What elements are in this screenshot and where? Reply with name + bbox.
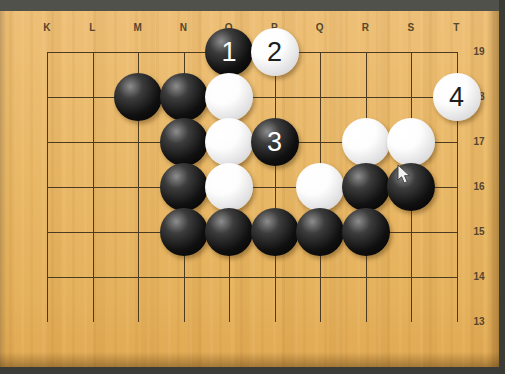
row-label-19: 19	[469, 46, 489, 58]
white-stone-T18-move-4[interactable]: 4	[433, 73, 481, 121]
move-number-label: 1	[221, 39, 236, 66]
bottom-bar	[0, 367, 505, 374]
white-stone-O18[interactable]	[205, 73, 253, 121]
board-bottom-shadow	[0, 352, 505, 367]
grid-row-line-14	[47, 277, 457, 278]
grid-col-line-L	[93, 52, 94, 322]
black-stone-N17[interactable]	[160, 118, 208, 166]
board-left-shade	[0, 0, 6, 374]
black-stone-M18[interactable]	[114, 73, 162, 121]
move-number-label: 2	[267, 39, 282, 66]
white-stone-S17[interactable]	[387, 118, 435, 166]
grid-col-line-P	[275, 52, 276, 322]
black-stone-R15[interactable]	[342, 208, 390, 256]
white-stone-O16[interactable]	[205, 163, 253, 211]
row-label-13: 13	[469, 316, 489, 328]
row-label-17: 17	[469, 136, 489, 148]
black-stone-N16[interactable]	[160, 163, 208, 211]
col-label-S: S	[401, 22, 421, 35]
black-stone-P17-move-3[interactable]: 3	[251, 118, 299, 166]
black-stone-P15[interactable]	[251, 208, 299, 256]
col-label-K: K	[37, 22, 57, 35]
col-label-L: L	[83, 22, 103, 35]
black-stone-R16[interactable]	[342, 163, 390, 211]
white-stone-R17[interactable]	[342, 118, 390, 166]
col-label-R: R	[356, 22, 376, 35]
right-edge-bar	[499, 0, 505, 374]
white-stone-Q16[interactable]	[296, 163, 344, 211]
black-stone-S16[interactable]	[387, 163, 435, 211]
col-label-Q: Q	[310, 22, 330, 35]
col-label-N: N	[174, 22, 194, 35]
go-board[interactable]: KLMNOPQRST 19181716151413 1243	[0, 0, 505, 374]
col-label-M: M	[128, 22, 148, 35]
col-label-T: T	[447, 22, 467, 35]
black-stone-N18[interactable]	[160, 73, 208, 121]
move-number-label: 3	[267, 129, 282, 156]
top-bar	[0, 0, 505, 11]
black-stone-O15[interactable]	[205, 208, 253, 256]
grid-col-line-K	[47, 52, 48, 322]
row-label-16: 16	[469, 181, 489, 193]
row-label-15: 15	[469, 226, 489, 238]
black-stone-Q15[interactable]	[296, 208, 344, 256]
white-stone-O17[interactable]	[205, 118, 253, 166]
go-app-window: KLMNOPQRST 19181716151413 1243	[0, 0, 505, 374]
board-right-shadow	[487, 0, 499, 374]
black-stone-O19-move-1[interactable]: 1	[205, 28, 253, 76]
row-label-14: 14	[469, 271, 489, 283]
move-number-label: 4	[449, 84, 464, 111]
black-stone-N15[interactable]	[160, 208, 208, 256]
white-stone-P19-move-2[interactable]: 2	[251, 28, 299, 76]
